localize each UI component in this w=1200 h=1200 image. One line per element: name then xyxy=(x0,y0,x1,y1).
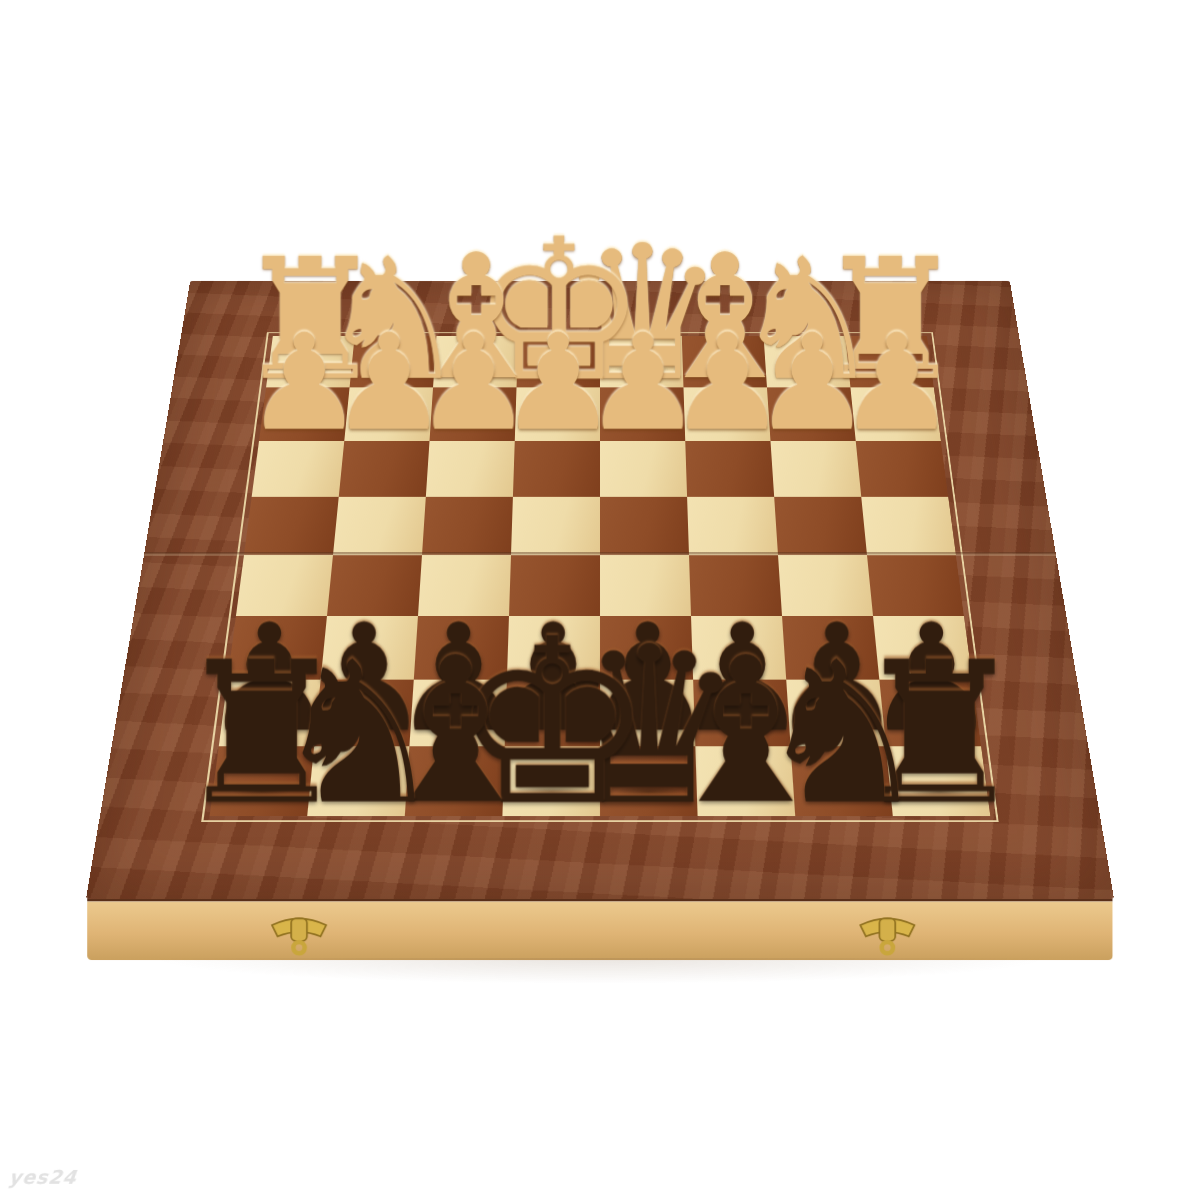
box-front-side xyxy=(87,898,1113,960)
square-a3[interactable] xyxy=(856,441,949,497)
square-b3[interactable] xyxy=(770,441,861,497)
brass-clasp-left xyxy=(268,907,331,957)
square-g3[interactable] xyxy=(339,441,430,497)
chess-board: ♜♞♝♛♚♝♞♜♟♟♟♟♟♟♟♟♟♟♟♟♟♟♟♟♜♞♝♛♚♝♞♜ xyxy=(86,281,1114,899)
square-h4[interactable] xyxy=(244,497,339,555)
square-g4[interactable] xyxy=(333,497,426,555)
square-d4[interactable] xyxy=(600,497,689,555)
square-e3[interactable] xyxy=(513,441,600,497)
square-c4[interactable] xyxy=(687,497,778,555)
brass-clasp-right xyxy=(856,907,919,957)
square-d3[interactable] xyxy=(600,441,687,497)
product-photo-stage: ♜♞♝♛♚♝♞♜♟♟♟♟♟♟♟♟♟♟♟♟♟♟♟♟♜♞♝♛♚♝♞♜ yes24 xyxy=(0,0,1200,1200)
scene: ♜♞♝♛♚♝♞♜♟♟♟♟♟♟♟♟♟♟♟♟♟♟♟♟♜♞♝♛♚♝♞♜ xyxy=(0,0,1200,1200)
square-f3[interactable] xyxy=(426,441,515,497)
square-a4[interactable] xyxy=(861,497,956,555)
watermark: yes24 xyxy=(7,1166,78,1188)
square-b4[interactable] xyxy=(774,497,867,555)
square-f4[interactable] xyxy=(422,497,513,555)
square-c3[interactable] xyxy=(685,441,774,497)
square-e4[interactable] xyxy=(511,497,600,555)
square-h3[interactable] xyxy=(252,441,345,497)
